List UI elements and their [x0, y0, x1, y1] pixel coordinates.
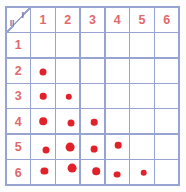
cell-r4-c4 [106, 109, 129, 133]
cell-r3-c3 [81, 84, 104, 108]
outcome-dot [66, 94, 72, 100]
col-header-4: 4 [106, 8, 129, 32]
outcome-dot [43, 146, 50, 153]
cell-r3-c2 [56, 84, 79, 108]
cell-r5-c1 [31, 135, 54, 159]
row-header-1: 1 [7, 33, 30, 57]
cell-r5-c3 [81, 135, 104, 159]
cell-r5-c6 [155, 135, 178, 159]
col-header-3: 3 [81, 8, 104, 32]
outcome-dot [40, 118, 48, 126]
cell-r4-c6 [155, 109, 178, 133]
outcome-dot [41, 167, 48, 174]
cell-r2-c5 [130, 59, 153, 83]
outcome-dot [140, 169, 147, 176]
row-header-6: 6 [7, 160, 30, 184]
col-header-2: 2 [56, 8, 79, 32]
row-header-2: 2 [7, 59, 30, 83]
cell-r2-c4 [106, 59, 129, 83]
outcome-dot [115, 142, 122, 149]
cell-r6-c3 [81, 160, 104, 184]
cell-r4-c1 [31, 109, 54, 133]
cell-r4-c2 [56, 109, 79, 133]
cell-r2-c2 [56, 59, 79, 83]
outcome-dot [65, 142, 74, 151]
cell-r1-c1 [31, 33, 54, 57]
cell-r2-c1 [31, 59, 54, 83]
outcome-dot [67, 164, 76, 173]
col-header-5: 5 [130, 8, 153, 32]
cell-r3-c4 [106, 84, 129, 108]
axis-label-die-one: I [21, 11, 24, 20]
cell-r6-c6 [155, 160, 178, 184]
corner-cell: I II [7, 8, 30, 32]
cell-r1-c3 [81, 33, 104, 57]
row-header-4: 4 [7, 109, 30, 133]
cell-r6-c4 [106, 160, 129, 184]
outcome-dot [40, 68, 47, 75]
cell-r1-c4 [106, 33, 129, 57]
col-header-1: 1 [31, 8, 54, 32]
axis-label-die-two: II [10, 19, 15, 28]
col-header-6: 6 [155, 8, 178, 32]
row-header-3: 3 [7, 84, 30, 108]
cell-r4-c5 [130, 109, 153, 133]
cell-r5-c5 [130, 135, 153, 159]
outcome-dot [91, 146, 98, 153]
cell-r6-c2 [56, 160, 79, 184]
cell-r5-c2 [56, 135, 79, 159]
cell-r3-c6 [155, 84, 178, 108]
outcome-dot [114, 171, 121, 178]
outcome-dot [91, 119, 98, 126]
cell-r2-c3 [81, 59, 104, 83]
outcome-dot [67, 120, 74, 127]
row-header-5: 5 [7, 135, 30, 159]
dice-outcome-table: I II 123456123456 [0, 0, 186, 192]
cell-r1-c5 [130, 33, 153, 57]
cell-r3-c5 [130, 84, 153, 108]
cell-r5-c4 [106, 135, 129, 159]
grid: I II 123456123456 [5, 6, 180, 186]
cell-r2-c6 [155, 59, 178, 83]
cell-r4-c3 [81, 109, 104, 133]
cell-r6-c5 [130, 160, 153, 184]
outcome-dot [92, 167, 100, 175]
cell-r1-c2 [56, 33, 79, 57]
outcome-dot [40, 93, 47, 100]
cell-r1-c6 [155, 33, 178, 57]
cell-r6-c1 [31, 160, 54, 184]
cell-r3-c1 [31, 84, 54, 108]
